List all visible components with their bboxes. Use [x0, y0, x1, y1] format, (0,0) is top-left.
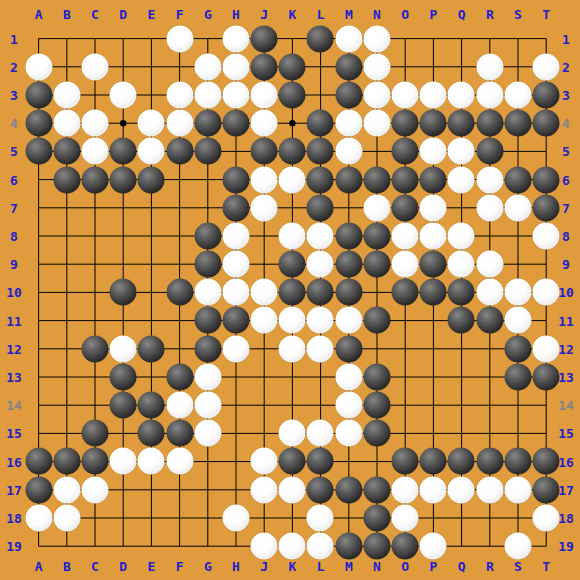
board-intersection-G12[interactable] — [194, 335, 222, 363]
board-intersection-T12[interactable] — [532, 335, 560, 363]
board-intersection-O12[interactable] — [391, 335, 419, 363]
board-intersection-C3[interactable] — [81, 81, 109, 109]
board-intersection-G7[interactable] — [194, 194, 222, 222]
board-intersection-D13[interactable] — [109, 363, 137, 391]
board-intersection-E8[interactable] — [137, 222, 165, 250]
board-intersection-D7[interactable] — [109, 194, 137, 222]
board-intersection-O5[interactable] — [391, 137, 419, 165]
board-intersection-A2[interactable] — [25, 53, 53, 81]
board-intersection-L11[interactable] — [306, 306, 334, 334]
board-intersection-O1[interactable] — [391, 25, 419, 53]
board-intersection-O11[interactable] — [391, 306, 419, 334]
board-intersection-H1[interactable] — [222, 25, 250, 53]
board-intersection-P2[interactable] — [419, 53, 447, 81]
board-intersection-Q6[interactable] — [447, 165, 475, 193]
board-intersection-N13[interactable] — [363, 363, 391, 391]
board-intersection-S11[interactable] — [504, 306, 532, 334]
board-intersection-P6[interactable] — [419, 165, 447, 193]
board-intersection-S4[interactable] — [504, 109, 532, 137]
board-intersection-C5[interactable] — [81, 137, 109, 165]
board-intersection-B10[interactable] — [53, 278, 81, 306]
board-intersection-L8[interactable] — [306, 222, 334, 250]
board-intersection-J1[interactable] — [250, 25, 278, 53]
board-intersection-R4[interactable] — [476, 109, 504, 137]
board-intersection-N15[interactable] — [363, 419, 391, 447]
board-intersection-Q7[interactable] — [447, 194, 475, 222]
board-intersection-A12[interactable] — [25, 335, 53, 363]
board-intersection-T10[interactable] — [532, 278, 560, 306]
board-intersection-E9[interactable] — [137, 250, 165, 278]
board-intersection-J10[interactable] — [250, 278, 278, 306]
board-intersection-Q8[interactable] — [447, 222, 475, 250]
board-intersection-D15[interactable] — [109, 419, 137, 447]
board-intersection-M10[interactable] — [335, 278, 363, 306]
board-intersection-A17[interactable] — [25, 476, 53, 504]
board-intersection-A13[interactable] — [25, 363, 53, 391]
board-intersection-Q13[interactable] — [447, 363, 475, 391]
board-intersection-F9[interactable] — [165, 250, 193, 278]
board-intersection-F18[interactable] — [165, 504, 193, 532]
board-intersection-K13[interactable] — [278, 363, 306, 391]
board-intersection-M7[interactable] — [335, 194, 363, 222]
board-intersection-A5[interactable] — [25, 137, 53, 165]
board-intersection-P1[interactable] — [419, 25, 447, 53]
board-intersection-D19[interactable] — [109, 532, 137, 560]
board-intersection-C15[interactable] — [81, 419, 109, 447]
board-intersection-B1[interactable] — [53, 25, 81, 53]
board-intersection-J19[interactable] — [250, 532, 278, 560]
board-intersection-L19[interactable] — [306, 532, 334, 560]
board-intersection-H18[interactable] — [222, 504, 250, 532]
board-intersection-L17[interactable] — [306, 476, 334, 504]
board-intersection-N5[interactable] — [363, 137, 391, 165]
board-intersection-J18[interactable] — [250, 504, 278, 532]
board-intersection-J3[interactable] — [250, 81, 278, 109]
board-intersection-D11[interactable] — [109, 306, 137, 334]
board-intersection-G13[interactable] — [194, 363, 222, 391]
board-intersection-J16[interactable] — [250, 447, 278, 475]
board-intersection-B8[interactable] — [53, 222, 81, 250]
board-intersection-Q2[interactable] — [447, 53, 475, 81]
board-intersection-T6[interactable] — [532, 165, 560, 193]
board-intersection-O19[interactable] — [391, 532, 419, 560]
board-intersection-R1[interactable] — [476, 25, 504, 53]
board-intersection-B9[interactable] — [53, 250, 81, 278]
board-intersection-O6[interactable] — [391, 165, 419, 193]
board-intersection-G18[interactable] — [194, 504, 222, 532]
board-intersection-A3[interactable] — [25, 81, 53, 109]
board-intersection-H16[interactable] — [222, 447, 250, 475]
board-intersection-J15[interactable] — [250, 419, 278, 447]
board-intersection-G4[interactable] — [194, 109, 222, 137]
board-intersection-J5[interactable] — [250, 137, 278, 165]
board-intersection-F16[interactable] — [165, 447, 193, 475]
board-intersection-M19[interactable] — [335, 532, 363, 560]
board-intersection-R13[interactable] — [476, 363, 504, 391]
board-intersection-M12[interactable] — [335, 335, 363, 363]
board-intersection-J14[interactable] — [250, 391, 278, 419]
board-intersection-Q4[interactable] — [447, 109, 475, 137]
board-intersection-K8[interactable] — [278, 222, 306, 250]
board-intersection-P10[interactable] — [419, 278, 447, 306]
board-intersection-S5[interactable] — [504, 137, 532, 165]
board-intersection-L5[interactable] — [306, 137, 334, 165]
board-intersection-C6[interactable] — [81, 165, 109, 193]
board-intersection-G8[interactable] — [194, 222, 222, 250]
board-intersection-E12[interactable] — [137, 335, 165, 363]
board-intersection-T2[interactable] — [532, 53, 560, 81]
board-intersection-S2[interactable] — [504, 53, 532, 81]
board-intersection-A1[interactable] — [25, 25, 53, 53]
board-intersection-H6[interactable] — [222, 165, 250, 193]
board-intersection-N10[interactable] — [363, 278, 391, 306]
board-intersection-G2[interactable] — [194, 53, 222, 81]
board-intersection-R10[interactable] — [476, 278, 504, 306]
board-intersection-K14[interactable] — [278, 391, 306, 419]
board-intersection-K17[interactable] — [278, 476, 306, 504]
board-intersection-B12[interactable] — [53, 335, 81, 363]
board-intersection-F12[interactable] — [165, 335, 193, 363]
board-intersection-T9[interactable] — [532, 250, 560, 278]
board-intersection-G17[interactable] — [194, 476, 222, 504]
board-intersection-M6[interactable] — [335, 165, 363, 193]
board-intersection-T11[interactable] — [532, 306, 560, 334]
board-intersection-Q16[interactable] — [447, 447, 475, 475]
board-intersection-M15[interactable] — [335, 419, 363, 447]
board-intersection-C4[interactable] — [81, 109, 109, 137]
board-intersection-H3[interactable] — [222, 81, 250, 109]
board-intersection-H11[interactable] — [222, 306, 250, 334]
board-intersection-M8[interactable] — [335, 222, 363, 250]
board-intersection-G15[interactable] — [194, 419, 222, 447]
board-intersection-G14[interactable] — [194, 391, 222, 419]
board-intersection-F7[interactable] — [165, 194, 193, 222]
board-intersection-Q5[interactable] — [447, 137, 475, 165]
board-intersection-P13[interactable] — [419, 363, 447, 391]
board-intersection-H10[interactable] — [222, 278, 250, 306]
board-intersection-F10[interactable] — [165, 278, 193, 306]
board-intersection-O7[interactable] — [391, 194, 419, 222]
board-intersection-B16[interactable] — [53, 447, 81, 475]
board-intersection-Q14[interactable] — [447, 391, 475, 419]
board-intersection-A18[interactable] — [25, 504, 53, 532]
board-intersection-F11[interactable] — [165, 306, 193, 334]
board-intersection-D5[interactable] — [109, 137, 137, 165]
board-intersection-D17[interactable] — [109, 476, 137, 504]
board-intersection-M18[interactable] — [335, 504, 363, 532]
board-intersection-S3[interactable] — [504, 81, 532, 109]
board-intersection-R19[interactable] — [476, 532, 504, 560]
board-intersection-K1[interactable] — [278, 25, 306, 53]
board-intersection-R9[interactable] — [476, 250, 504, 278]
board-intersection-S6[interactable] — [504, 165, 532, 193]
board-intersection-S16[interactable] — [504, 447, 532, 475]
board-intersection-G9[interactable] — [194, 250, 222, 278]
board-intersection-R11[interactable] — [476, 306, 504, 334]
board-intersection-K10[interactable] — [278, 278, 306, 306]
board-intersection-H15[interactable] — [222, 419, 250, 447]
board-intersection-E16[interactable] — [137, 447, 165, 475]
board-intersection-P3[interactable] — [419, 81, 447, 109]
board-intersection-D12[interactable] — [109, 335, 137, 363]
board-intersection-M17[interactable] — [335, 476, 363, 504]
board-intersection-K7[interactable] — [278, 194, 306, 222]
board-intersection-H5[interactable] — [222, 137, 250, 165]
board-intersection-J12[interactable] — [250, 335, 278, 363]
board-intersection-E13[interactable] — [137, 363, 165, 391]
board-intersection-M1[interactable] — [335, 25, 363, 53]
board-intersection-F14[interactable] — [165, 391, 193, 419]
board-intersection-C17[interactable] — [81, 476, 109, 504]
board-intersection-R6[interactable] — [476, 165, 504, 193]
board-intersection-N4[interactable] — [363, 109, 391, 137]
board-intersection-E11[interactable] — [137, 306, 165, 334]
board-intersection-B15[interactable] — [53, 419, 81, 447]
board-intersection-S18[interactable] — [504, 504, 532, 532]
board-intersection-J7[interactable] — [250, 194, 278, 222]
board-intersection-L16[interactable] — [306, 447, 334, 475]
board-intersection-D10[interactable] — [109, 278, 137, 306]
board-intersection-P8[interactable] — [419, 222, 447, 250]
board-intersection-A7[interactable] — [25, 194, 53, 222]
board-intersection-D16[interactable] — [109, 447, 137, 475]
board-intersection-N7[interactable] — [363, 194, 391, 222]
board-intersection-R5[interactable] — [476, 137, 504, 165]
board-intersection-F5[interactable] — [165, 137, 193, 165]
board-intersection-K3[interactable] — [278, 81, 306, 109]
board-intersection-A9[interactable] — [25, 250, 53, 278]
board-intersection-R17[interactable] — [476, 476, 504, 504]
board-intersection-O17[interactable] — [391, 476, 419, 504]
board-intersection-D1[interactable] — [109, 25, 137, 53]
board-intersection-L18[interactable] — [306, 504, 334, 532]
board-intersection-P7[interactable] — [419, 194, 447, 222]
board-intersection-B5[interactable] — [53, 137, 81, 165]
board-intersection-P15[interactable] — [419, 419, 447, 447]
board-intersection-P5[interactable] — [419, 137, 447, 165]
board-intersection-N17[interactable] — [363, 476, 391, 504]
board-intersection-A14[interactable] — [25, 391, 53, 419]
board-intersection-O8[interactable] — [391, 222, 419, 250]
board-intersection-K6[interactable] — [278, 165, 306, 193]
board-intersection-N6[interactable] — [363, 165, 391, 193]
board-intersection-J6[interactable] — [250, 165, 278, 193]
board-intersection-O18[interactable] — [391, 504, 419, 532]
board-intersection-Q11[interactable] — [447, 306, 475, 334]
board-intersection-S15[interactable] — [504, 419, 532, 447]
board-intersection-S12[interactable] — [504, 335, 532, 363]
board-intersection-J17[interactable] — [250, 476, 278, 504]
board-intersection-H12[interactable] — [222, 335, 250, 363]
board-intersection-N3[interactable] — [363, 81, 391, 109]
board-intersection-N14[interactable] — [363, 391, 391, 419]
board-intersection-E15[interactable] — [137, 419, 165, 447]
board-intersection-B3[interactable] — [53, 81, 81, 109]
board-intersection-N12[interactable] — [363, 335, 391, 363]
board-intersection-S14[interactable] — [504, 391, 532, 419]
board-intersection-O14[interactable] — [391, 391, 419, 419]
board-intersection-C2[interactable] — [81, 53, 109, 81]
board-intersection-T1[interactable] — [532, 25, 560, 53]
board-intersection-L14[interactable] — [306, 391, 334, 419]
board-intersection-A10[interactable] — [25, 278, 53, 306]
board-intersection-S1[interactable] — [504, 25, 532, 53]
board-intersection-R14[interactable] — [476, 391, 504, 419]
board-intersection-K12[interactable] — [278, 335, 306, 363]
board-intersection-H9[interactable] — [222, 250, 250, 278]
board-intersection-F6[interactable] — [165, 165, 193, 193]
board-intersection-O3[interactable] — [391, 81, 419, 109]
board-intersection-E3[interactable] — [137, 81, 165, 109]
board-intersection-T3[interactable] — [532, 81, 560, 109]
board-intersection-C14[interactable] — [81, 391, 109, 419]
board-intersection-B2[interactable] — [53, 53, 81, 81]
board-intersection-Q18[interactable] — [447, 504, 475, 532]
board-intersection-J9[interactable] — [250, 250, 278, 278]
board-intersection-Q17[interactable] — [447, 476, 475, 504]
board-intersection-B19[interactable] — [53, 532, 81, 560]
board-intersection-R3[interactable] — [476, 81, 504, 109]
board-intersection-F19[interactable] — [165, 532, 193, 560]
board-intersection-F1[interactable] — [165, 25, 193, 53]
board-intersection-B7[interactable] — [53, 194, 81, 222]
board-intersection-L3[interactable] — [306, 81, 334, 109]
board-intersection-D4[interactable] — [109, 109, 137, 137]
board-intersection-D8[interactable] — [109, 222, 137, 250]
board-intersection-T7[interactable] — [532, 194, 560, 222]
board-intersection-M13[interactable] — [335, 363, 363, 391]
board-intersection-T18[interactable] — [532, 504, 560, 532]
board-intersection-T15[interactable] — [532, 419, 560, 447]
board-intersection-C11[interactable] — [81, 306, 109, 334]
board-intersection-J4[interactable] — [250, 109, 278, 137]
board-intersection-S9[interactable] — [504, 250, 532, 278]
board-intersection-T19[interactable] — [532, 532, 560, 560]
board-intersection-K18[interactable] — [278, 504, 306, 532]
board-intersection-K9[interactable] — [278, 250, 306, 278]
board-intersection-N18[interactable] — [363, 504, 391, 532]
board-intersection-C19[interactable] — [81, 532, 109, 560]
board-intersection-Q10[interactable] — [447, 278, 475, 306]
board-intersection-B14[interactable] — [53, 391, 81, 419]
board-intersection-G11[interactable] — [194, 306, 222, 334]
board-intersection-B17[interactable] — [53, 476, 81, 504]
board-intersection-E19[interactable] — [137, 532, 165, 560]
board-intersection-R7[interactable] — [476, 194, 504, 222]
board-intersection-C10[interactable] — [81, 278, 109, 306]
board-intersection-G3[interactable] — [194, 81, 222, 109]
board-intersection-R8[interactable] — [476, 222, 504, 250]
board-intersection-L12[interactable] — [306, 335, 334, 363]
board-intersection-N2[interactable] — [363, 53, 391, 81]
board-intersection-E7[interactable] — [137, 194, 165, 222]
board-intersection-H7[interactable] — [222, 194, 250, 222]
board-intersection-L1[interactable] — [306, 25, 334, 53]
board-intersection-D14[interactable] — [109, 391, 137, 419]
board-intersection-M9[interactable] — [335, 250, 363, 278]
board-intersection-E10[interactable] — [137, 278, 165, 306]
board-intersection-N1[interactable] — [363, 25, 391, 53]
board-intersection-N16[interactable] — [363, 447, 391, 475]
board-intersection-G6[interactable] — [194, 165, 222, 193]
board-intersection-B13[interactable] — [53, 363, 81, 391]
board-intersection-O4[interactable] — [391, 109, 419, 137]
board-intersection-H2[interactable] — [222, 53, 250, 81]
board-intersection-H19[interactable] — [222, 532, 250, 560]
board-intersection-E17[interactable] — [137, 476, 165, 504]
board-intersection-M14[interactable] — [335, 391, 363, 419]
board-intersection-K19[interactable] — [278, 532, 306, 560]
board-intersection-H17[interactable] — [222, 476, 250, 504]
board-intersection-O2[interactable] — [391, 53, 419, 81]
board-intersection-T17[interactable] — [532, 476, 560, 504]
board-intersection-M11[interactable] — [335, 306, 363, 334]
board-intersection-C13[interactable] — [81, 363, 109, 391]
board-intersection-L13[interactable] — [306, 363, 334, 391]
board-intersection-Q12[interactable] — [447, 335, 475, 363]
board-intersection-A15[interactable] — [25, 419, 53, 447]
board-intersection-C18[interactable] — [81, 504, 109, 532]
board-intersection-D9[interactable] — [109, 250, 137, 278]
board-intersection-M16[interactable] — [335, 447, 363, 475]
board-intersection-P17[interactable] — [419, 476, 447, 504]
board-intersection-O15[interactable] — [391, 419, 419, 447]
board-intersection-A16[interactable] — [25, 447, 53, 475]
board-intersection-C16[interactable] — [81, 447, 109, 475]
board-intersection-S8[interactable] — [504, 222, 532, 250]
board-intersection-S13[interactable] — [504, 363, 532, 391]
board-intersection-R15[interactable] — [476, 419, 504, 447]
board-intersection-F15[interactable] — [165, 419, 193, 447]
board-intersection-A4[interactable] — [25, 109, 53, 137]
board-intersection-C7[interactable] — [81, 194, 109, 222]
board-intersection-J11[interactable] — [250, 306, 278, 334]
board-intersection-E5[interactable] — [137, 137, 165, 165]
board-intersection-T14[interactable] — [532, 391, 560, 419]
board-intersection-F17[interactable] — [165, 476, 193, 504]
board-intersection-C12[interactable] — [81, 335, 109, 363]
board-intersection-P12[interactable] — [419, 335, 447, 363]
board-intersection-T8[interactable] — [532, 222, 560, 250]
board-intersection-A8[interactable] — [25, 222, 53, 250]
board-intersection-O13[interactable] — [391, 363, 419, 391]
board-intersection-R16[interactable] — [476, 447, 504, 475]
board-intersection-E6[interactable] — [137, 165, 165, 193]
board-intersection-F3[interactable] — [165, 81, 193, 109]
board-intersection-T5[interactable] — [532, 137, 560, 165]
board-intersection-R12[interactable] — [476, 335, 504, 363]
board-intersection-K5[interactable] — [278, 137, 306, 165]
board-intersection-L9[interactable] — [306, 250, 334, 278]
board-intersection-G16[interactable] — [194, 447, 222, 475]
board-intersection-O10[interactable] — [391, 278, 419, 306]
board-intersection-S17[interactable] — [504, 476, 532, 504]
board-intersection-E18[interactable] — [137, 504, 165, 532]
board-intersection-S7[interactable] — [504, 194, 532, 222]
board-intersection-G10[interactable] — [194, 278, 222, 306]
board-intersection-B6[interactable] — [53, 165, 81, 193]
board-intersection-A11[interactable] — [25, 306, 53, 334]
board-intersection-D18[interactable] — [109, 504, 137, 532]
board-intersection-L10[interactable] — [306, 278, 334, 306]
board-intersection-B18[interactable] — [53, 504, 81, 532]
board-intersection-R18[interactable] — [476, 504, 504, 532]
board-intersection-B4[interactable] — [53, 109, 81, 137]
board-intersection-C9[interactable] — [81, 250, 109, 278]
board-intersection-F13[interactable] — [165, 363, 193, 391]
board-intersection-K2[interactable] — [278, 53, 306, 81]
board-intersection-F2[interactable] — [165, 53, 193, 81]
